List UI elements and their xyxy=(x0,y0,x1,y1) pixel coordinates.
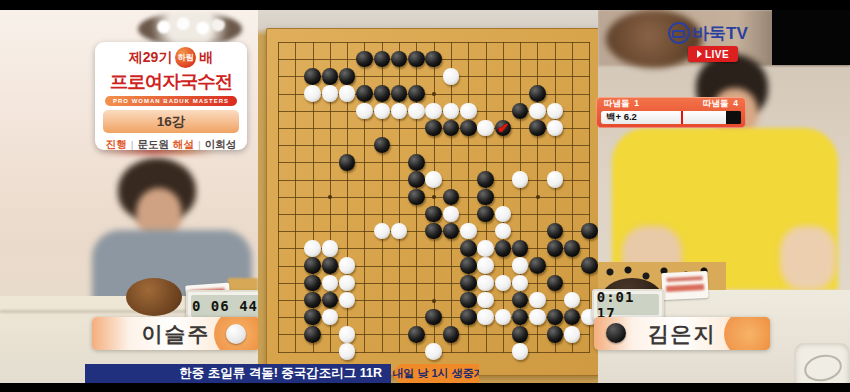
white-stone xyxy=(547,120,564,137)
black-stone xyxy=(512,103,529,120)
white-stone xyxy=(495,206,512,223)
black-share xyxy=(726,111,741,124)
white-stone xyxy=(391,223,408,240)
star-point xyxy=(432,299,436,303)
ticker-headline: 한중 초일류 격돌! 중국갑조리그 11R xyxy=(179,365,382,382)
cup-suffix: 배 xyxy=(199,49,213,67)
black-stone xyxy=(443,223,460,240)
black-stone xyxy=(304,309,321,326)
black-stone xyxy=(443,326,460,343)
board-grid: ✔ xyxy=(278,42,590,353)
black-stone xyxy=(374,85,391,102)
black-stone xyxy=(408,326,425,343)
white-stone xyxy=(408,103,425,120)
white-captures: 따냄돌 1 xyxy=(604,98,639,110)
white-stone xyxy=(322,240,339,257)
right-player-arm xyxy=(780,226,836,290)
white-stone xyxy=(339,257,356,274)
black-stone xyxy=(322,257,339,274)
right-player-nameplate: 김은지 xyxy=(594,317,770,350)
black-stone xyxy=(512,240,529,257)
capture-labels: 따냄돌 1 따냄돌 4 xyxy=(596,97,746,110)
commentator-name: 이희성 xyxy=(205,138,237,150)
black-stone-icon xyxy=(606,323,626,343)
black-stone xyxy=(443,120,460,137)
sponsor-badge: 하림 xyxy=(175,47,196,68)
black-stone xyxy=(339,154,356,171)
black-stone xyxy=(547,240,564,257)
left-go-bowl xyxy=(126,278,182,316)
edition-label: 제29기 xyxy=(129,49,173,67)
white-stone xyxy=(322,85,339,102)
commentary-label: 해설 xyxy=(173,138,194,150)
black-stone xyxy=(304,275,321,292)
white-stone xyxy=(477,292,494,309)
white-stone xyxy=(443,103,460,120)
white-stone xyxy=(443,206,460,223)
black-stone xyxy=(425,223,442,240)
white-stone xyxy=(425,171,442,188)
white-stone xyxy=(512,343,529,360)
star-point xyxy=(328,195,332,199)
black-stone xyxy=(425,309,442,326)
crew-row: 진행 | 문도원 해설 | 이희성 xyxy=(95,138,247,150)
black-stone xyxy=(339,68,356,85)
separator: | xyxy=(198,139,201,150)
channel-logo-icon xyxy=(668,22,690,44)
white-stone xyxy=(356,103,373,120)
ticker-headline-bar: 한중 초일류 격돌! 중국갑조리그 11R xyxy=(85,364,391,383)
black-stone xyxy=(547,275,564,292)
black-stone xyxy=(356,51,373,68)
black-stone xyxy=(408,51,425,68)
white-stone-icon xyxy=(226,324,246,344)
white-stone xyxy=(547,103,564,120)
white-stone xyxy=(391,103,408,120)
white-stone xyxy=(339,343,356,360)
score-panel: 따냄돌 1 따냄돌 4 백+ 6.2 xyxy=(596,97,746,128)
last-move-check-mark: ✔ xyxy=(495,120,512,137)
left-player-nameplate: 이슬주 xyxy=(92,317,260,350)
white-share: 백+ 6.2 xyxy=(601,111,726,124)
white-stone xyxy=(512,171,529,188)
star-point xyxy=(536,195,540,199)
black-stone xyxy=(322,68,339,85)
right-desk-placard xyxy=(661,271,708,300)
black-stone xyxy=(547,223,564,240)
black-stone xyxy=(322,292,339,309)
white-stone xyxy=(339,292,356,309)
white-stone xyxy=(495,275,512,292)
white-stone xyxy=(339,85,356,102)
white-stone xyxy=(322,275,339,292)
ticker-schedule-bar: 내일 낮 1시 생중계 xyxy=(391,364,479,383)
live-label: LIVE xyxy=(705,49,729,60)
black-stone xyxy=(304,326,321,343)
white-stone xyxy=(460,103,477,120)
black-stone xyxy=(425,206,442,223)
black-stone xyxy=(408,85,425,102)
right-clock-display: 0:01 17 xyxy=(597,294,660,315)
win-bar: 백+ 6.2 xyxy=(601,111,741,124)
black-captures: 따냄돌 4 xyxy=(703,98,738,110)
black-stone xyxy=(408,171,425,188)
white-stone xyxy=(512,275,529,292)
black-stone xyxy=(304,257,321,274)
white-stone xyxy=(495,223,512,240)
right-player-clock: 0:01 17 xyxy=(592,289,664,320)
white-stone xyxy=(460,223,477,240)
white-stone xyxy=(304,85,321,102)
black-stone xyxy=(477,171,494,188)
white-stone xyxy=(529,309,546,326)
white-stone xyxy=(495,309,512,326)
black-stone xyxy=(529,85,546,102)
black-stone xyxy=(391,51,408,68)
live-badge: LIVE xyxy=(688,46,738,62)
black-stone xyxy=(460,292,477,309)
black-stone xyxy=(512,292,529,309)
tournament-card: 제29기 하림 배 프로여자국수전 PRO WOMAN BADUK MASTER… xyxy=(95,42,247,150)
card-edition-row: 제29기 하림 배 xyxy=(95,47,247,68)
white-stone xyxy=(443,68,460,85)
mc-name: 문도원 xyxy=(138,138,170,150)
white-stone xyxy=(477,120,494,137)
black-stone xyxy=(425,51,442,68)
black-stone xyxy=(547,326,564,343)
black-stone xyxy=(512,309,529,326)
black-stone xyxy=(425,120,442,137)
letterbox-top xyxy=(0,0,850,10)
white-stone xyxy=(564,292,581,309)
tournament-title: 프로여자국수전 xyxy=(95,69,247,94)
separator: | xyxy=(131,139,134,150)
black-stone xyxy=(460,120,477,137)
play-icon xyxy=(697,50,702,58)
white-stone xyxy=(339,275,356,292)
black-stone xyxy=(374,137,391,154)
black-stone xyxy=(408,154,425,171)
black-stone xyxy=(304,292,321,309)
broadcast-frame: 제29기 하림 배 프로여자국수전 PRO WOMAN BADUK MASTER… xyxy=(0,0,850,392)
plate-accent xyxy=(724,317,770,350)
black-stone xyxy=(512,326,529,343)
black-stone xyxy=(529,120,546,137)
tournament-subtitle: PRO WOMAN BADUK MASTERS xyxy=(105,96,237,106)
star-point xyxy=(432,195,436,199)
black-stone xyxy=(495,240,512,257)
score-marker xyxy=(681,111,683,124)
white-stone xyxy=(477,309,494,326)
black-stone xyxy=(460,240,477,257)
black-stone xyxy=(529,257,546,274)
black-stone xyxy=(564,240,581,257)
white-stone xyxy=(529,292,546,309)
black-stone xyxy=(356,85,373,102)
white-stone xyxy=(564,326,581,343)
black-stone xyxy=(477,189,494,206)
mc-label: 진행 xyxy=(106,138,127,150)
black-stone xyxy=(581,257,598,274)
white-stone xyxy=(339,326,356,343)
white-stone xyxy=(547,171,564,188)
white-stone xyxy=(322,309,339,326)
right-player-name: 김은지 xyxy=(648,320,717,348)
black-stone xyxy=(460,257,477,274)
black-stone xyxy=(460,275,477,292)
channel-logo-text: 바둑TV xyxy=(692,22,748,45)
left-clock-display: 0 06 44 xyxy=(191,295,259,317)
black-stone xyxy=(304,68,321,85)
black-stone xyxy=(443,189,460,206)
ticker-schedule: 내일 낮 1시 생중계 xyxy=(392,366,484,381)
black-stone xyxy=(391,85,408,102)
white-stones-blur xyxy=(152,16,230,38)
white-stone xyxy=(425,103,442,120)
white-stone xyxy=(374,103,391,120)
black-stone xyxy=(460,309,477,326)
white-stone xyxy=(477,240,494,257)
star-point xyxy=(432,92,436,96)
black-stone xyxy=(547,309,564,326)
white-stone xyxy=(477,275,494,292)
channel-logo: 바둑TV xyxy=(668,22,788,44)
white-stone xyxy=(512,257,529,274)
black-stone xyxy=(477,206,494,223)
score-text: 백+ 6.2 xyxy=(606,111,637,124)
white-stone xyxy=(304,240,321,257)
go-board: ✔ xyxy=(266,28,600,376)
round-label: 16강 xyxy=(103,110,239,133)
black-stone xyxy=(564,309,581,326)
letterbox-bottom xyxy=(0,383,850,392)
white-stone xyxy=(425,343,442,360)
black-stone xyxy=(581,223,598,240)
black-stone xyxy=(408,189,425,206)
white-stone xyxy=(477,257,494,274)
black-stone xyxy=(374,51,391,68)
left-player-name: 이슬주 xyxy=(142,320,211,348)
white-stone xyxy=(374,223,391,240)
white-stone xyxy=(529,103,546,120)
